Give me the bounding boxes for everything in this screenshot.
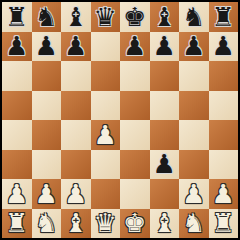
white-bishop: ♝ — [153, 210, 176, 236]
black-pawn: ♟ — [64, 33, 87, 59]
black-king: ♚ — [123, 4, 146, 30]
white-pawn: ♟ — [5, 181, 28, 207]
square-h4[interactable] — [209, 120, 239, 150]
square-g2[interactable]: ♟ — [179, 179, 209, 209]
black-pawn: ♟ — [153, 151, 176, 177]
square-e5[interactable] — [120, 91, 150, 121]
black-pawn: ♟ — [212, 33, 235, 59]
white-pawn: ♟ — [35, 181, 58, 207]
square-a4[interactable] — [2, 120, 32, 150]
white-pawn: ♟ — [182, 181, 205, 207]
square-e4[interactable] — [120, 120, 150, 150]
square-b8[interactable]: ♞ — [32, 2, 62, 32]
black-rook: ♜ — [5, 4, 28, 30]
square-b3[interactable] — [32, 150, 62, 180]
white-queen: ♛ — [94, 210, 117, 236]
square-g6[interactable] — [179, 61, 209, 91]
square-a5[interactable] — [2, 91, 32, 121]
square-g4[interactable] — [179, 120, 209, 150]
black-pawn: ♟ — [123, 33, 146, 59]
square-c8[interactable]: ♝ — [61, 2, 91, 32]
square-g7[interactable]: ♟ — [179, 32, 209, 62]
square-h1[interactable]: ♜ — [209, 209, 239, 239]
square-e8[interactable]: ♚ — [120, 2, 150, 32]
square-c7[interactable]: ♟ — [61, 32, 91, 62]
square-d2[interactable] — [91, 179, 121, 209]
white-rook: ♜ — [212, 210, 235, 236]
black-knight: ♞ — [35, 4, 58, 30]
square-h3[interactable] — [209, 150, 239, 180]
square-a3[interactable] — [2, 150, 32, 180]
square-a7[interactable]: ♟ — [2, 32, 32, 62]
square-b2[interactable]: ♟ — [32, 179, 62, 209]
square-f6[interactable] — [150, 61, 180, 91]
square-h8[interactable]: ♜ — [209, 2, 239, 32]
square-a2[interactable]: ♟ — [2, 179, 32, 209]
white-king: ♚ — [123, 210, 146, 236]
black-pawn: ♟ — [153, 33, 176, 59]
square-d1[interactable]: ♛ — [91, 209, 121, 239]
white-pawn: ♟ — [94, 122, 117, 148]
square-d7[interactable] — [91, 32, 121, 62]
square-g8[interactable]: ♞ — [179, 2, 209, 32]
white-bishop: ♝ — [64, 210, 87, 236]
square-d3[interactable] — [91, 150, 121, 180]
square-b5[interactable] — [32, 91, 62, 121]
square-h2[interactable]: ♟ — [209, 179, 239, 209]
white-rook: ♜ — [5, 210, 28, 236]
square-b7[interactable]: ♟ — [32, 32, 62, 62]
square-d4[interactable]: ♟ — [91, 120, 121, 150]
square-e1[interactable]: ♚ — [120, 209, 150, 239]
square-d5[interactable] — [91, 91, 121, 121]
square-a6[interactable] — [2, 61, 32, 91]
square-c3[interactable] — [61, 150, 91, 180]
square-b6[interactable] — [32, 61, 62, 91]
square-c4[interactable] — [61, 120, 91, 150]
black-bishop: ♝ — [153, 4, 176, 30]
square-f3[interactable]: ♟ — [150, 150, 180, 180]
black-pawn: ♟ — [182, 33, 205, 59]
white-pawn: ♟ — [64, 181, 87, 207]
square-f2[interactable] — [150, 179, 180, 209]
square-g5[interactable] — [179, 91, 209, 121]
chess-board-frame: ♜♞♝♛♚♝♞♜♟♟♟♟♟♟♟♟♟♟♟♟♟♟♜♞♝♛♚♝♞♜ — [0, 0, 240, 240]
white-pawn: ♟ — [212, 181, 235, 207]
black-pawn: ♟ — [5, 33, 28, 59]
square-g1[interactable]: ♞ — [179, 209, 209, 239]
square-a1[interactable]: ♜ — [2, 209, 32, 239]
square-d6[interactable] — [91, 61, 121, 91]
square-f7[interactable]: ♟ — [150, 32, 180, 62]
white-knight: ♞ — [182, 210, 205, 236]
square-c2[interactable]: ♟ — [61, 179, 91, 209]
square-e3[interactable] — [120, 150, 150, 180]
black-queen: ♛ — [94, 4, 117, 30]
square-g3[interactable] — [179, 150, 209, 180]
square-a8[interactable]: ♜ — [2, 2, 32, 32]
square-f4[interactable] — [150, 120, 180, 150]
white-knight: ♞ — [35, 210, 58, 236]
square-b4[interactable] — [32, 120, 62, 150]
black-bishop: ♝ — [64, 4, 87, 30]
square-f1[interactable]: ♝ — [150, 209, 180, 239]
square-c6[interactable] — [61, 61, 91, 91]
square-f5[interactable] — [150, 91, 180, 121]
square-e2[interactable] — [120, 179, 150, 209]
square-e7[interactable]: ♟ — [120, 32, 150, 62]
black-knight: ♞ — [182, 4, 205, 30]
chess-board: ♜♞♝♛♚♝♞♜♟♟♟♟♟♟♟♟♟♟♟♟♟♟♜♞♝♛♚♝♞♜ — [2, 2, 238, 238]
square-h5[interactable] — [209, 91, 239, 121]
square-f8[interactable]: ♝ — [150, 2, 180, 32]
square-h7[interactable]: ♟ — [209, 32, 239, 62]
square-c5[interactable] — [61, 91, 91, 121]
black-pawn: ♟ — [35, 33, 58, 59]
square-d8[interactable]: ♛ — [91, 2, 121, 32]
square-e6[interactable] — [120, 61, 150, 91]
black-rook: ♜ — [212, 4, 235, 30]
square-c1[interactable]: ♝ — [61, 209, 91, 239]
square-b1[interactable]: ♞ — [32, 209, 62, 239]
square-h6[interactable] — [209, 61, 239, 91]
